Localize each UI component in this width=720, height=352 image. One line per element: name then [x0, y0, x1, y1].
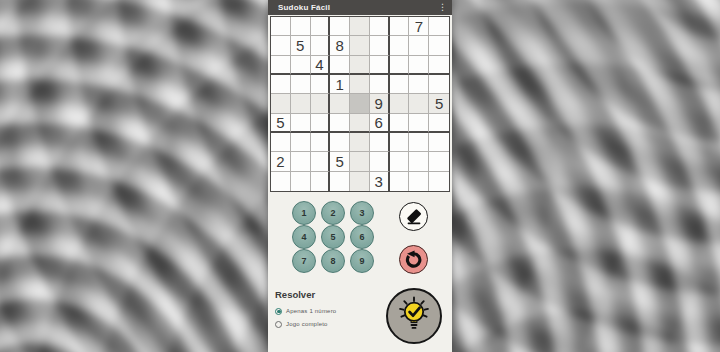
board-cell-r3c2[interactable] [291, 56, 311, 75]
numpad-key-1[interactable]: 1 [292, 201, 316, 225]
board-cell-r1c2[interactable] [291, 17, 311, 36]
board-cell-r2c9[interactable] [429, 36, 449, 55]
board-cell-r7c9[interactable] [429, 133, 449, 152]
numpad-key-2[interactable]: 2 [321, 201, 345, 225]
board-cell-r4c3[interactable] [311, 75, 331, 94]
app-title: Sudoku Fácil [268, 3, 330, 12]
board-cell-r6c7[interactable] [390, 114, 410, 133]
board-cell-r8c4[interactable]: 5 [330, 152, 350, 171]
board-cell-r9c9[interactable] [429, 172, 449, 191]
board-cell-r1c4[interactable] [330, 17, 350, 36]
board-cell-r7c4[interactable] [330, 133, 350, 152]
board-cell-r7c2[interactable] [291, 133, 311, 152]
board-cell-r5c7[interactable] [390, 94, 410, 113]
board-cell-r3c7[interactable] [390, 56, 410, 75]
numpad-key-9[interactable]: 9 [350, 249, 374, 273]
board-cell-r2c2[interactable]: 5 [291, 36, 311, 55]
board-cell-r3c5[interactable] [350, 56, 370, 75]
board-cell-r2c4[interactable]: 8 [330, 36, 350, 55]
app-titlebar: Sudoku Fácil ⋮ [268, 0, 452, 15]
board-cell-r6c3[interactable] [311, 114, 331, 133]
board-cell-r8c3[interactable] [311, 152, 331, 171]
board-cell-r8c2[interactable] [291, 152, 311, 171]
numpad-key-8[interactable]: 8 [321, 249, 345, 273]
board-cell-r9c5[interactable] [350, 172, 370, 191]
board-cell-r1c8[interactable]: 7 [409, 17, 429, 36]
undo-button[interactable] [399, 245, 428, 274]
board-cell-r7c7[interactable] [390, 133, 410, 152]
solve-option-2[interactable]: Jogo completo [275, 320, 336, 328]
solve-option-label: Apenas 1 número [286, 308, 336, 314]
solve-option-1[interactable]: Apenas 1 número [275, 307, 336, 315]
board-cell-r6c2[interactable] [291, 114, 311, 133]
board-cell-r4c4[interactable]: 1 [330, 75, 350, 94]
board-cell-r9c6[interactable]: 3 [370, 172, 390, 191]
board-cell-r4c8[interactable] [409, 75, 429, 94]
board-cell-r7c8[interactable] [409, 133, 429, 152]
board-cell-r3c9[interactable] [429, 56, 449, 75]
board-cell-r2c3[interactable] [311, 36, 331, 55]
board-cell-r8c6[interactable] [370, 152, 390, 171]
board-cell-r7c6[interactable] [370, 133, 390, 152]
board-cell-r1c1[interactable] [271, 17, 291, 36]
board-cell-r2c1[interactable] [271, 36, 291, 55]
eraser-button[interactable] [399, 202, 428, 231]
board-cell-r5c6[interactable]: 9 [370, 94, 390, 113]
board-cell-r4c6[interactable] [370, 75, 390, 94]
board-cell-r9c1[interactable] [271, 172, 291, 191]
board-cell-r5c3[interactable] [311, 94, 331, 113]
solve-option-label: Jogo completo [286, 321, 328, 327]
board-cell-r7c3[interactable] [311, 133, 331, 152]
board-cell-r4c5[interactable] [350, 75, 370, 94]
background-wallpaper: Sudoku Fácil ⋮ 758419556253 123456789 [0, 0, 720, 352]
board-cell-r6c1[interactable]: 5 [271, 114, 291, 133]
board-cell-r1c3[interactable] [311, 17, 331, 36]
board-cell-r3c3[interactable]: 4 [311, 56, 331, 75]
numpad-key-3[interactable]: 3 [350, 201, 374, 225]
board-cell-r6c4[interactable] [330, 114, 350, 133]
board-cell-r3c4[interactable] [330, 56, 350, 75]
board-cell-r8c9[interactable] [429, 152, 449, 171]
board-cell-r4c9[interactable] [429, 75, 449, 94]
board-cell-r5c4[interactable] [330, 94, 350, 113]
board-cell-r2c8[interactable] [409, 36, 429, 55]
board-cell-r9c8[interactable] [409, 172, 429, 191]
board-cell-r6c9[interactable] [429, 114, 449, 133]
lightbulb-check-icon [394, 295, 434, 337]
board-cell-r1c7[interactable] [390, 17, 410, 36]
board-cell-r8c5[interactable] [350, 152, 370, 171]
solve-heading: Resolver [275, 289, 315, 300]
hint-button[interactable] [386, 288, 442, 344]
kebab-menu-icon[interactable]: ⋮ [438, 3, 452, 12]
board-cell-r9c7[interactable] [390, 172, 410, 191]
solve-options: Apenas 1 númeroJogo completo [275, 307, 336, 328]
board-cell-r4c1[interactable] [271, 75, 291, 94]
board-cell-r5c1[interactable] [271, 94, 291, 113]
sudoku-app-window: Sudoku Fácil ⋮ 758419556253 123456789 [268, 0, 452, 352]
board-cell-r6c5[interactable] [350, 114, 370, 133]
number-pad: 123456789 [292, 201, 374, 273]
numpad-key-6[interactable]: 6 [350, 225, 374, 249]
radio-selected-icon[interactable] [275, 308, 282, 315]
board-cell-r1c9[interactable] [429, 17, 449, 36]
board-cell-r5c8[interactable] [409, 94, 429, 113]
board-cell-r5c2[interactable] [291, 94, 311, 113]
board-cell-r1c6[interactable] [370, 17, 390, 36]
numpad-key-5[interactable]: 5 [321, 225, 345, 249]
board-cell-r8c8[interactable] [409, 152, 429, 171]
undo-icon [403, 249, 424, 270]
board-cell-r5c5[interactable] [350, 94, 370, 113]
board-cell-r8c1[interactable]: 2 [271, 152, 291, 171]
board-cell-r7c1[interactable] [271, 133, 291, 152]
board-cell-r2c7[interactable] [390, 36, 410, 55]
board-cell-r5c9[interactable]: 5 [429, 94, 449, 113]
board-cell-r3c6[interactable] [370, 56, 390, 75]
board-cell-r2c5[interactable] [350, 36, 370, 55]
board-cell-r9c2[interactable] [291, 172, 311, 191]
board-cell-r1c5[interactable] [350, 17, 370, 36]
sudoku-board: 758419556253 [270, 16, 450, 192]
numpad-key-7[interactable]: 7 [292, 249, 316, 273]
numpad-key-4[interactable]: 4 [292, 225, 316, 249]
board-cell-r8c7[interactable] [390, 152, 410, 171]
board-cell-r7c5[interactable] [350, 133, 370, 152]
board-cell-r9c3[interactable] [311, 172, 331, 191]
board-cell-r3c8[interactable] [409, 56, 429, 75]
eraser-icon [404, 207, 424, 227]
board-cell-r4c7[interactable] [390, 75, 410, 94]
board-cell-r6c8[interactable] [409, 114, 429, 133]
board-cell-r2c6[interactable] [370, 36, 390, 55]
board-cell-r4c2[interactable] [291, 75, 311, 94]
board-cell-r9c4[interactable] [330, 172, 350, 191]
board-cell-r3c1[interactable] [271, 56, 291, 75]
board-cell-r6c6[interactable]: 6 [370, 114, 390, 133]
radio-unselected-icon[interactable] [275, 321, 282, 328]
